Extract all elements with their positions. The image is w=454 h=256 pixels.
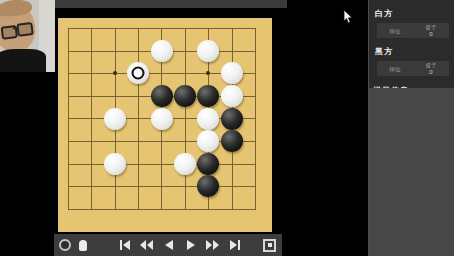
white-stone [221, 62, 243, 84]
black-captures-value: 0 [429, 69, 432, 75]
black-rank-cell: 段位 [389, 66, 401, 72]
white-captures-value: 0 [429, 31, 432, 37]
white-stone [151, 108, 173, 130]
top-bar [55, 0, 287, 8]
rewind-button[interactable] [139, 238, 154, 252]
white-stone [197, 40, 219, 62]
white-rank-cell: 段位 [389, 28, 401, 34]
white-stone [197, 130, 219, 152]
black-stone [221, 130, 243, 152]
white-stone [197, 108, 219, 130]
webcam-video [0, 0, 55, 72]
star-point [206, 71, 210, 75]
play-forward-button[interactable] [183, 238, 198, 252]
white-captures-cell: 提子 0 [425, 24, 437, 37]
black-rank-label: 段位 [390, 66, 401, 71]
toolbar-right-group [263, 234, 276, 256]
skip-end-button[interactable] [227, 238, 242, 252]
toolbar-left-group [59, 234, 87, 256]
black-captures-cell: 提子 0 [425, 62, 437, 75]
black-stone [174, 85, 196, 107]
white-stone [104, 153, 126, 175]
white-player-title: 白方 [375, 8, 454, 19]
game-info-panel [369, 88, 454, 256]
black-stone [197, 85, 219, 107]
playback-toolbar [54, 234, 282, 256]
presenter-shirt [0, 49, 46, 72]
fast-forward-button[interactable] [205, 238, 220, 252]
white-player-stats-row: 段位 提子 0 [377, 23, 449, 38]
white-stone [221, 85, 243, 107]
black-stone [151, 85, 173, 107]
mouse-cursor-icon [343, 10, 353, 24]
white-stone [174, 153, 196, 175]
clock-icon[interactable] [59, 239, 71, 251]
black-player-title: 黑方 [375, 46, 454, 57]
board-grid[interactable] [56, 17, 266, 221]
black-stone [221, 108, 243, 130]
go-board[interactable] [58, 18, 272, 232]
app-window: 白方 段位 提子 0 黑方 段位 提子 0 棋局信息 [0, 0, 454, 256]
white-captures-label: 提子 [426, 24, 437, 29]
glasses-icon [0, 22, 31, 37]
white-rank-label: 段位 [390, 28, 401, 33]
black-stone [197, 153, 219, 175]
white-stone-last-move [127, 62, 149, 84]
glasses-right-lens [16, 22, 33, 37]
hand-icon[interactable] [79, 240, 87, 251]
white-stone [151, 40, 173, 62]
skip-start-button[interactable] [117, 238, 132, 252]
playback-controls [117, 234, 242, 256]
sidebar: 白方 段位 提子 0 黑方 段位 提子 0 棋局信息 [368, 0, 454, 256]
star-point [113, 71, 117, 75]
black-stone [197, 175, 219, 197]
step-back-button[interactable] [161, 238, 176, 252]
stop-icon[interactable] [263, 239, 276, 252]
white-stone [104, 108, 126, 130]
black-player-stats-row: 段位 提子 0 [377, 61, 449, 76]
black-captures-label: 提子 [426, 62, 437, 67]
